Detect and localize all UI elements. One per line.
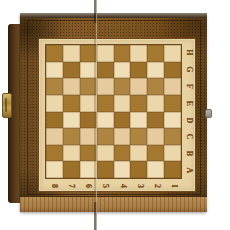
board-square[interactable] xyxy=(97,95,114,112)
box-bottom-side xyxy=(20,196,207,212)
board-square[interactable] xyxy=(46,45,63,62)
board-square[interactable] xyxy=(130,95,147,112)
board-square[interactable] xyxy=(130,128,147,145)
board-square[interactable] xyxy=(97,45,114,62)
board-square[interactable] xyxy=(147,95,164,112)
board-square[interactable] xyxy=(63,62,80,79)
board-square[interactable] xyxy=(63,128,80,145)
board-square[interactable] xyxy=(164,112,181,129)
file-label: F xyxy=(181,79,198,93)
rank-label: 3 xyxy=(132,177,146,194)
rank-label: 6 xyxy=(81,177,95,194)
board-square[interactable] xyxy=(147,45,164,62)
board-square[interactable] xyxy=(46,145,63,162)
board-square[interactable] xyxy=(114,78,131,95)
board-square[interactable] xyxy=(97,145,114,162)
board-square[interactable] xyxy=(130,45,147,62)
file-label: C xyxy=(181,130,198,144)
board-square[interactable] xyxy=(63,112,80,129)
board-square[interactable] xyxy=(147,62,164,79)
board-square[interactable] xyxy=(147,78,164,95)
chess-board-grid xyxy=(45,44,182,179)
board-square[interactable] xyxy=(130,62,147,79)
file-label: A xyxy=(181,164,198,178)
board-square[interactable] xyxy=(147,145,164,162)
rank-label: 2 xyxy=(149,177,163,194)
board-square[interactable] xyxy=(164,145,181,162)
board-square[interactable] xyxy=(130,145,147,162)
board-square[interactable] xyxy=(63,78,80,95)
board-square[interactable] xyxy=(164,45,181,62)
rank-label: 7 xyxy=(64,177,78,194)
file-label: D xyxy=(181,113,198,127)
board-square[interactable] xyxy=(147,128,164,145)
board-square[interactable] xyxy=(63,161,80,178)
file-labels: HGFEDCBA xyxy=(182,44,196,179)
file-label: B xyxy=(181,147,198,161)
board-square[interactable] xyxy=(46,62,63,79)
rank-label: 8 xyxy=(47,177,61,194)
board-square[interactable] xyxy=(114,62,131,79)
board-square[interactable] xyxy=(164,62,181,79)
chess-box: HGFEDCBA 87654321 xyxy=(20,13,207,212)
board-square[interactable] xyxy=(164,78,181,95)
file-label: G xyxy=(181,62,198,76)
hinge-pin xyxy=(205,109,212,118)
file-label: E xyxy=(181,96,198,110)
board-square[interactable] xyxy=(46,161,63,178)
board-square[interactable] xyxy=(63,95,80,112)
board-square[interactable] xyxy=(164,95,181,112)
board-square[interactable] xyxy=(147,112,164,129)
board-square[interactable] xyxy=(97,112,114,129)
chessboard-photo: HGFEDCBA 87654321 xyxy=(0,0,230,230)
board-square[interactable] xyxy=(164,161,181,178)
board-square[interactable] xyxy=(114,145,131,162)
board-square[interactable] xyxy=(114,95,131,112)
board-square[interactable] xyxy=(114,161,131,178)
board-square[interactable] xyxy=(114,128,131,145)
rank-label: 5 xyxy=(98,177,112,194)
board-square[interactable] xyxy=(147,161,164,178)
board-square[interactable] xyxy=(130,112,147,129)
board-square[interactable] xyxy=(114,112,131,129)
board-square[interactable] xyxy=(97,62,114,79)
brass-clasp xyxy=(2,93,12,118)
box-top-edge xyxy=(20,13,207,18)
board-square[interactable] xyxy=(97,128,114,145)
board-square[interactable] xyxy=(130,78,147,95)
board-square[interactable] xyxy=(164,128,181,145)
board-square[interactable] xyxy=(63,45,80,62)
board-square[interactable] xyxy=(46,95,63,112)
board-square[interactable] xyxy=(46,78,63,95)
rank-label: 1 xyxy=(166,177,180,194)
rank-labels: 87654321 xyxy=(45,179,182,193)
board-square[interactable] xyxy=(97,78,114,95)
board-square[interactable] xyxy=(46,112,63,129)
rank-label: 4 xyxy=(115,177,129,194)
board-square[interactable] xyxy=(130,161,147,178)
board-square[interactable] xyxy=(63,145,80,162)
board-square[interactable] xyxy=(46,128,63,145)
hinge-seam xyxy=(94,0,97,230)
file-label: H xyxy=(181,45,198,59)
board-square[interactable] xyxy=(114,45,131,62)
board-plate: HGFEDCBA 87654321 xyxy=(38,38,196,192)
board-square[interactable] xyxy=(97,161,114,178)
